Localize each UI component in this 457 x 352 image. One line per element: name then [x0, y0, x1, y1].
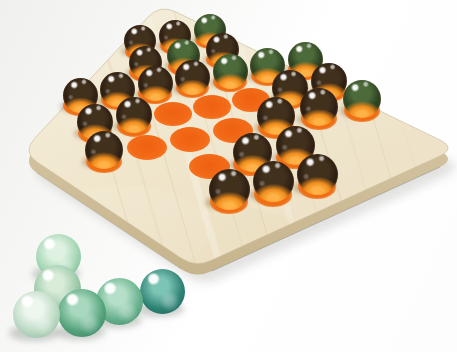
marble-r5c7[interactable]: [343, 80, 381, 118]
marble-r3c5[interactable]: [213, 54, 248, 89]
solitaire-table-scene: [0, 0, 457, 352]
empty-hole-r4c4[interactable]: [193, 95, 231, 119]
empty-hole-r5c3[interactable]: [170, 127, 210, 152]
captured-marble-6[interactable]: [140, 269, 185, 314]
marble-r7c4[interactable]: [253, 161, 294, 202]
marble-r5c1[interactable]: [85, 131, 123, 169]
captured-marble-3[interactable]: [13, 291, 60, 338]
empty-hole-r4c3[interactable]: [154, 102, 192, 126]
marble-r7c5[interactable]: [297, 154, 338, 195]
empty-hole-r5c2[interactable]: [127, 135, 167, 160]
marble-r7c3[interactable]: [209, 169, 250, 210]
pieces-layer: [0, 0, 457, 352]
marble-r3c3[interactable]: [138, 66, 173, 101]
marble-r3c4[interactable]: [175, 60, 210, 95]
captured-marble-4[interactable]: [58, 289, 106, 337]
